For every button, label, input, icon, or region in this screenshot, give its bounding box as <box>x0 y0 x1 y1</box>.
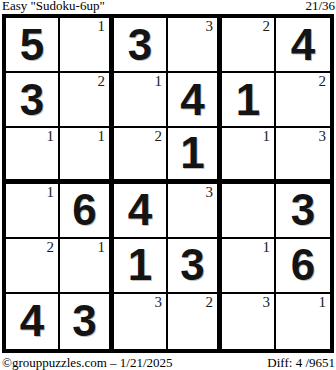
corner-mark: 2 <box>47 239 55 255</box>
cell-r5c2[interactable]: 1 <box>60 239 114 294</box>
cell-r5c3[interactable]: 1 <box>114 239 168 294</box>
cell-r3c2[interactable]: 1 <box>60 128 114 183</box>
cell-r4c6[interactable]: 3 <box>276 184 330 239</box>
given-digit: 5 <box>20 23 44 67</box>
cell-r2c4[interactable]: 4 <box>168 73 222 128</box>
corner-mark: 3 <box>155 294 163 310</box>
cell-r5c1[interactable]: 2 <box>6 239 60 294</box>
corner-mark: 1 <box>319 294 327 310</box>
cell-r1c4[interactable]: 3 <box>168 18 222 73</box>
cell-r1c5[interactable]: 2 <box>222 18 276 73</box>
corner-mark: 1 <box>155 73 163 89</box>
cell-r1c6[interactable]: 4 <box>276 18 330 73</box>
cell-r4c4[interactable]: 3 <box>168 184 222 239</box>
cell-r5c6[interactable]: 6 <box>276 239 330 294</box>
given-digit: 4 <box>291 23 315 67</box>
given-digit: 1 <box>236 78 260 122</box>
corner-mark: 3 <box>263 294 271 310</box>
cell-r3c6[interactable]: 3 <box>276 128 330 183</box>
cell-r2c1[interactable]: 3 <box>6 73 60 128</box>
cell-r6c5[interactable]: 3 <box>222 294 276 349</box>
cell-r4c2[interactable]: 6 <box>60 184 114 239</box>
given-digit: 4 <box>128 188 152 232</box>
given-digit: 3 <box>291 188 315 232</box>
cell-r2c5[interactable]: 1 <box>222 73 276 128</box>
given-digit: 1 <box>128 243 152 287</box>
cell-r3c5[interactable]: 1 <box>222 128 276 183</box>
corner-mark: 1 <box>98 239 106 255</box>
corner-mark: 2 <box>98 73 106 89</box>
cell-r1c3[interactable]: 3 <box>114 18 168 73</box>
cell-r4c5[interactable] <box>222 184 276 239</box>
puzzle-title: Easy "Sudoku-6up" <box>2 0 105 12</box>
cell-r6c1[interactable]: 4 <box>6 294 60 349</box>
given-digit: 3 <box>180 243 204 287</box>
given-digit: 3 <box>20 78 44 122</box>
cell-r1c2[interactable]: 1 <box>60 18 114 73</box>
corner-mark: 1 <box>47 128 55 144</box>
cell-r3c3[interactable]: 2 <box>114 128 168 183</box>
difficulty-text: Diff: 4 /9651 <box>267 356 335 370</box>
footer: ©grouppuzzles.com – 1/21/2025 Diff: 4 /9… <box>0 355 336 370</box>
corner-mark: 2 <box>263 18 271 34</box>
corner-mark: 1 <box>98 128 106 144</box>
header: Easy "Sudoku-6up" 21/36 <box>0 0 336 13</box>
given-digit: 3 <box>72 299 96 343</box>
cell-r5c4[interactable]: 3 <box>168 239 222 294</box>
cell-r6c4[interactable]: 2 <box>168 294 222 349</box>
cell-r4c3[interactable]: 4 <box>114 184 168 239</box>
cell-r5c5[interactable]: 1 <box>222 239 276 294</box>
cell-r1c1[interactable]: 5 <box>6 18 60 73</box>
corner-mark: 2 <box>319 73 327 89</box>
cell-counter: 21/36 <box>305 0 335 12</box>
sudoku-board: 51332432141211211316433211316433231 <box>2 14 334 353</box>
corner-mark: 3 <box>319 128 327 144</box>
given-digit: 6 <box>72 188 96 232</box>
given-digit: 1 <box>180 131 204 175</box>
given-digit: 4 <box>20 299 44 343</box>
cell-r6c2[interactable]: 3 <box>60 294 114 349</box>
cell-r4c1[interactable]: 1 <box>6 184 60 239</box>
cell-r3c4[interactable]: 1 <box>168 128 222 183</box>
corner-mark: 3 <box>206 184 214 200</box>
corner-mark: 3 <box>206 18 214 34</box>
given-digit: 4 <box>180 78 204 122</box>
corner-mark: 1 <box>98 18 106 34</box>
cell-r2c2[interactable]: 2 <box>60 73 114 128</box>
cell-r2c6[interactable]: 2 <box>276 73 330 128</box>
copyright-text: ©grouppuzzles.com – 1/21/2025 <box>2 356 173 370</box>
given-digit: 6 <box>291 243 315 287</box>
corner-mark: 1 <box>47 184 55 200</box>
corner-mark: 1 <box>263 128 271 144</box>
cell-r6c6[interactable]: 1 <box>276 294 330 349</box>
corner-mark: 2 <box>155 128 163 144</box>
cell-r3c1[interactable]: 1 <box>6 128 60 183</box>
given-digit: 3 <box>128 23 152 67</box>
corner-mark: 1 <box>263 239 271 255</box>
cell-r6c3[interactable]: 3 <box>114 294 168 349</box>
corner-mark: 2 <box>206 294 214 310</box>
cell-r2c3[interactable]: 1 <box>114 73 168 128</box>
